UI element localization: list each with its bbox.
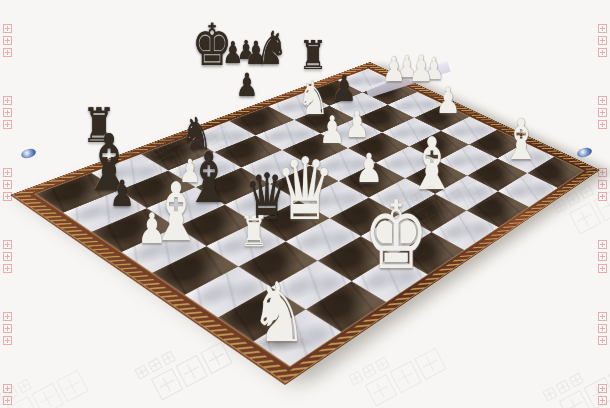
black-pawn: ♟ bbox=[109, 176, 134, 212]
edge-watermark bbox=[598, 312, 607, 345]
black-rook: ♜ bbox=[299, 35, 327, 75]
white-knight: ♞ bbox=[250, 272, 307, 354]
watermark bbox=[0, 356, 89, 408]
edge-watermark bbox=[598, 168, 607, 201]
white-bishop: ♝ bbox=[501, 112, 540, 168]
board-emblem bbox=[576, 146, 593, 159]
edge-watermark bbox=[3, 240, 12, 273]
watermark bbox=[551, 350, 610, 408]
watermark bbox=[357, 334, 446, 407]
black-pawn: ♟ bbox=[236, 69, 258, 101]
black-knight: ♞ bbox=[256, 25, 288, 71]
white-rook: ♜ bbox=[239, 211, 268, 253]
black-king: ♚ bbox=[192, 16, 233, 74]
edge-watermark bbox=[598, 24, 607, 57]
white-pawn: ♟ bbox=[435, 83, 460, 119]
edge-watermark bbox=[598, 240, 607, 273]
white-pawn: ♟ bbox=[137, 208, 166, 250]
board-emblem bbox=[20, 147, 37, 160]
edge-watermark bbox=[3, 24, 12, 57]
white-queen: ♛ bbox=[275, 146, 335, 232]
edge-watermark bbox=[3, 384, 12, 408]
white-king: ♚ bbox=[363, 189, 429, 283]
edge-watermark bbox=[598, 96, 607, 129]
edge-watermark bbox=[3, 312, 12, 345]
white-pawn: ♟ bbox=[382, 52, 406, 86]
edge-watermark bbox=[3, 96, 12, 129]
scene: ♚♟♟♟♞♟♜♟♜♞♝♟♝♛♞♟♟♟♟♟♟♟♟♝♝♟♝♟♜♛♚♞ bbox=[0, 0, 610, 408]
black-pawn: ♟ bbox=[331, 71, 356, 107]
white-pawn: ♟ bbox=[408, 51, 433, 87]
white-pawn: ♟ bbox=[344, 107, 369, 143]
edge-watermark bbox=[598, 384, 607, 408]
